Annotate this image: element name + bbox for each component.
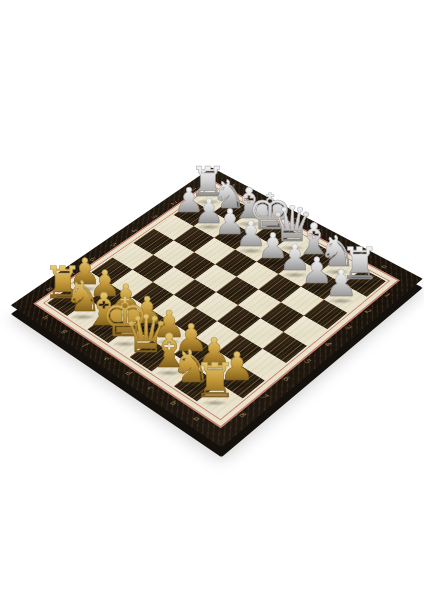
piece-glyph: ♜ — [193, 356, 236, 404]
pieces-layer: ♜♞♝♚♛♝♞♜♟♟♟♟♟♟♟♟♟♟♟♟♟♟♟♟♜♞♝♚♛♝♞♜ — [0, 0, 424, 600]
piece-glyph: ♟ — [324, 265, 357, 302]
gold-rook-a8[interactable]: ♜ — [180, 356, 250, 404]
piece-contact-shadow — [328, 298, 354, 304]
product-photo-scene: hhggffeeddccbbaa1122334455667788 ♜♞♝♚♛♝♞… — [0, 0, 424, 600]
silver-pawn-a2[interactable]: ♟ — [306, 265, 376, 302]
piece-contact-shadow — [202, 400, 228, 406]
